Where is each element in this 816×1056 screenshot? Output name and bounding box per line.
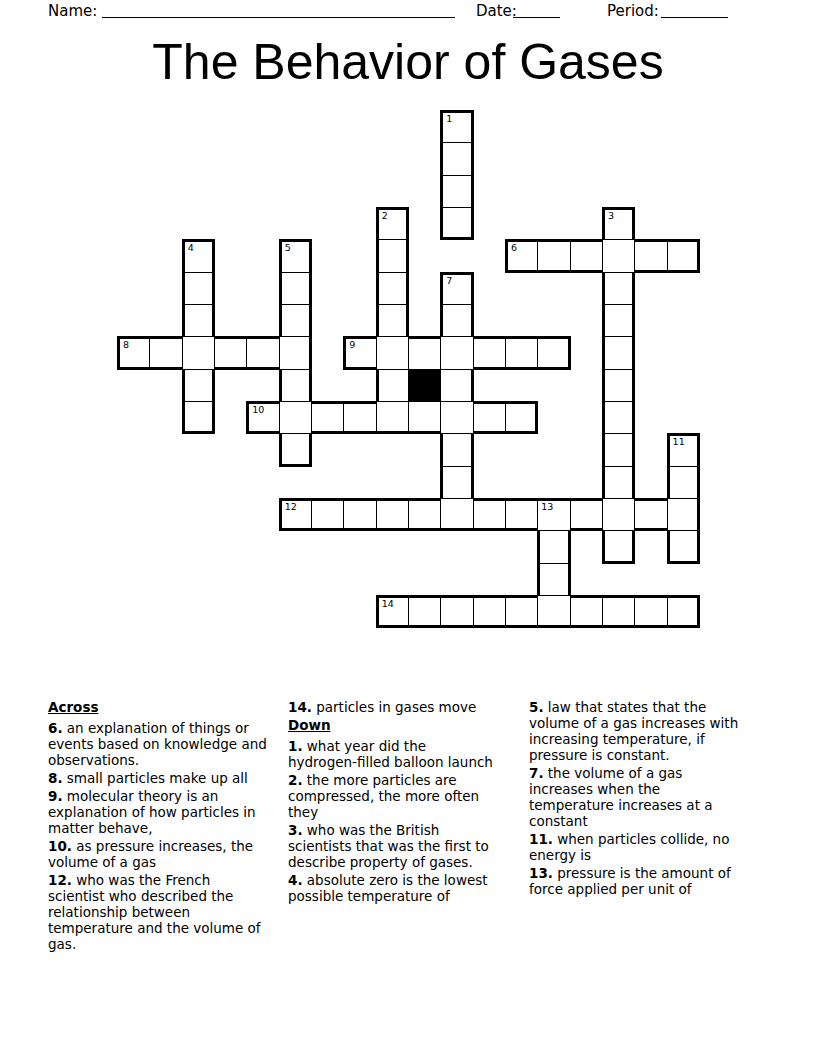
grid-cell[interactable] bbox=[182, 401, 215, 434]
period-label: Period: bbox=[607, 2, 659, 20]
grid-cell[interactable] bbox=[505, 401, 538, 434]
clue-number: 8. bbox=[48, 770, 63, 786]
clue-number: 14. bbox=[288, 699, 312, 715]
grid-cell[interactable] bbox=[602, 530, 635, 563]
grid-cell[interactable] bbox=[440, 433, 473, 466]
grid-cell[interactable] bbox=[570, 239, 603, 272]
clue: 11. when particles collide, no energy is bbox=[529, 831, 771, 863]
grid-cell[interactable] bbox=[473, 336, 506, 369]
cell-number: 9 bbox=[349, 340, 355, 350]
grid-cell[interactable] bbox=[505, 595, 538, 628]
grid-cell[interactable] bbox=[440, 595, 473, 628]
grid-cell[interactable]: 14 bbox=[376, 595, 409, 628]
grid-cell[interactable] bbox=[376, 272, 409, 305]
grid-cell[interactable] bbox=[311, 401, 344, 434]
grid-cell[interactable] bbox=[440, 207, 473, 240]
clue-number: 13. bbox=[529, 865, 553, 881]
cell-number: 13 bbox=[541, 502, 553, 512]
period-write-in-line[interactable] bbox=[661, 2, 728, 18]
grid-cell[interactable] bbox=[602, 336, 635, 369]
grid-cell[interactable] bbox=[667, 595, 700, 628]
grid-cell[interactable] bbox=[602, 401, 635, 434]
grid-cell[interactable]: 10 bbox=[246, 401, 279, 434]
grid-cell[interactable]: 9 bbox=[343, 336, 376, 369]
grid-cell[interactable]: 12 bbox=[279, 498, 312, 531]
grid-cell[interactable] bbox=[246, 336, 279, 369]
name-write-in-line[interactable] bbox=[102, 2, 455, 18]
grid-cell[interactable] bbox=[473, 595, 506, 628]
grid-cell[interactable] bbox=[602, 369, 635, 402]
clue-number: 3. bbox=[288, 822, 303, 838]
grid-cell[interactable] bbox=[602, 304, 635, 337]
cell-number: 14 bbox=[382, 599, 394, 609]
grid-cell[interactable] bbox=[602, 433, 635, 466]
grid-cell[interactable] bbox=[279, 433, 312, 466]
grid-cell[interactable] bbox=[408, 336, 441, 369]
grid-cell[interactable] bbox=[279, 304, 312, 337]
clue: 10. as pressure increases, the volume of… bbox=[48, 838, 290, 870]
grid-cell[interactable] bbox=[537, 563, 570, 596]
date-write-in-line[interactable] bbox=[513, 2, 560, 18]
grid-cell[interactable] bbox=[537, 336, 570, 369]
cell-number: 11 bbox=[673, 437, 685, 447]
grid-cell[interactable]: 11 bbox=[667, 433, 700, 466]
grid-cell[interactable]: 4 bbox=[182, 239, 215, 272]
clue: 13. pressure is the amount of force appl… bbox=[529, 865, 771, 897]
grid-cell[interactable]: 3 bbox=[602, 207, 635, 240]
grid-cell[interactable] bbox=[440, 142, 473, 175]
clue-column-right: 5. law that states that the volume of a … bbox=[529, 699, 771, 899]
grid-cell[interactable] bbox=[537, 530, 570, 563]
grid-cell[interactable] bbox=[570, 498, 603, 531]
clue-number: 7. bbox=[529, 765, 544, 781]
grid-cell[interactable]: 6 bbox=[505, 239, 538, 272]
grid-cell[interactable] bbox=[634, 498, 667, 531]
clue: 2. the more particles are compressed, th… bbox=[288, 772, 530, 820]
grid-cell[interactable] bbox=[311, 498, 344, 531]
grid-cell[interactable] bbox=[408, 401, 441, 434]
grid-cell[interactable] bbox=[440, 466, 473, 499]
grid-cell[interactable] bbox=[440, 369, 473, 402]
cell-number: 6 bbox=[511, 243, 517, 253]
cell-number: 5 bbox=[285, 243, 291, 253]
grid-cell[interactable] bbox=[667, 239, 700, 272]
blocked-cell bbox=[408, 369, 441, 402]
grid-cell[interactable] bbox=[667, 530, 700, 563]
cell-number: 8 bbox=[123, 340, 129, 350]
clue: 5. law that states that the volume of a … bbox=[529, 699, 771, 763]
grid-cell[interactable] bbox=[634, 595, 667, 628]
grid-cell[interactable] bbox=[505, 498, 538, 531]
grid-cell[interactable] bbox=[376, 369, 409, 402]
page-title: The Behavior of Gases bbox=[0, 33, 816, 91]
cell-number: 7 bbox=[446, 276, 452, 286]
grid-cell[interactable]: 1 bbox=[440, 110, 473, 143]
grid-cell[interactable] bbox=[343, 498, 376, 531]
cell-number: 3 bbox=[608, 211, 614, 221]
grid-cell[interactable] bbox=[279, 369, 312, 402]
grid-cell[interactable] bbox=[440, 498, 473, 531]
grid-cell[interactable] bbox=[602, 595, 635, 628]
clue-list-header: Down bbox=[288, 717, 530, 733]
grid-cell[interactable] bbox=[376, 498, 409, 531]
grid-cell[interactable]: 5 bbox=[279, 239, 312, 272]
worksheet-header: Name: Date: Period: bbox=[0, 0, 816, 24]
grid-cell[interactable] bbox=[440, 304, 473, 337]
grid-cell[interactable] bbox=[602, 466, 635, 499]
grid-cell[interactable] bbox=[376, 239, 409, 272]
clue-column-middle: 14. particles in gases moveDown1. what y… bbox=[288, 699, 530, 906]
cell-number: 2 bbox=[382, 211, 388, 221]
clue-number: 9. bbox=[48, 788, 63, 804]
grid-cell[interactable] bbox=[376, 304, 409, 337]
grid-cell[interactable] bbox=[634, 239, 667, 272]
grid-cell[interactable] bbox=[537, 595, 570, 628]
cell-number: 10 bbox=[252, 405, 264, 415]
grid-cell[interactable] bbox=[279, 336, 312, 369]
grid-cell[interactable] bbox=[408, 595, 441, 628]
grid-cell[interactable] bbox=[279, 272, 312, 305]
grid-cell[interactable] bbox=[343, 401, 376, 434]
clue-number: 2. bbox=[288, 772, 303, 788]
grid-cell[interactable] bbox=[408, 498, 441, 531]
grid-cell[interactable] bbox=[214, 336, 247, 369]
cell-number: 4 bbox=[188, 243, 194, 253]
grid-cell[interactable] bbox=[376, 401, 409, 434]
cell-number: 12 bbox=[285, 502, 297, 512]
clue: 7. the volume of a gas increases when th… bbox=[529, 765, 771, 829]
clue: 6. an explanation of things or events ba… bbox=[48, 720, 290, 768]
grid-cell[interactable] bbox=[537, 239, 570, 272]
clue-number: 10. bbox=[48, 838, 72, 854]
clue-number: 12. bbox=[48, 872, 72, 888]
clue-list-header: Across bbox=[48, 699, 290, 715]
cell-number: 1 bbox=[446, 114, 452, 124]
grid-cell[interactable] bbox=[473, 401, 506, 434]
clue: 8. small particles make up all bbox=[48, 770, 290, 786]
grid-cell[interactable] bbox=[440, 336, 473, 369]
clue: 1. what year did the hydrogen-filled bal… bbox=[288, 738, 530, 770]
grid-cell[interactable] bbox=[667, 498, 700, 531]
clue: 12. who was the French scientist who des… bbox=[48, 872, 290, 952]
grid-cell[interactable] bbox=[602, 498, 635, 531]
clue-column-left: Across6. an explanation of things or eve… bbox=[48, 699, 290, 954]
grid-cell[interactable] bbox=[440, 401, 473, 434]
clue: 3. who was the British scientists that w… bbox=[288, 822, 530, 870]
crossword-grid: 1234567891011121314 bbox=[117, 110, 701, 630]
grid-cell[interactable] bbox=[279, 401, 312, 434]
clue-number: 11. bbox=[529, 831, 553, 847]
grid-cell[interactable] bbox=[440, 175, 473, 208]
clue-number: 4. bbox=[288, 872, 303, 888]
grid-cell[interactable]: 8 bbox=[117, 336, 150, 369]
clue-number: 5. bbox=[529, 699, 544, 715]
date-label: Date: bbox=[476, 2, 517, 20]
grid-cell[interactable] bbox=[182, 304, 215, 337]
clue-number: 1. bbox=[288, 738, 303, 754]
grid-cell[interactable] bbox=[376, 336, 409, 369]
clue: 4. absolute zero is the lowest possible … bbox=[288, 872, 530, 904]
grid-cell[interactable] bbox=[602, 272, 635, 305]
name-label: Name: bbox=[48, 2, 97, 20]
grid-cell[interactable] bbox=[182, 272, 215, 305]
clue: 14. particles in gases move bbox=[288, 699, 530, 715]
grid-cell[interactable]: 2 bbox=[376, 207, 409, 240]
clue: 9. molecular theory is an explanation of… bbox=[48, 788, 290, 836]
grid-cell[interactable] bbox=[667, 466, 700, 499]
grid-cell[interactable] bbox=[182, 369, 215, 402]
grid-cell[interactable] bbox=[473, 498, 506, 531]
worksheet-page: Name: Date: Period: The Behavior of Gase… bbox=[0, 0, 816, 1056]
grid-cell[interactable] bbox=[149, 336, 182, 369]
grid-cell[interactable] bbox=[602, 239, 635, 272]
grid-cell[interactable] bbox=[182, 336, 215, 369]
grid-cell[interactable] bbox=[570, 595, 603, 628]
grid-cell[interactable]: 7 bbox=[440, 272, 473, 305]
grid-cell[interactable] bbox=[505, 336, 538, 369]
clue-number: 6. bbox=[48, 720, 63, 736]
grid-cell[interactable]: 13 bbox=[537, 498, 570, 531]
